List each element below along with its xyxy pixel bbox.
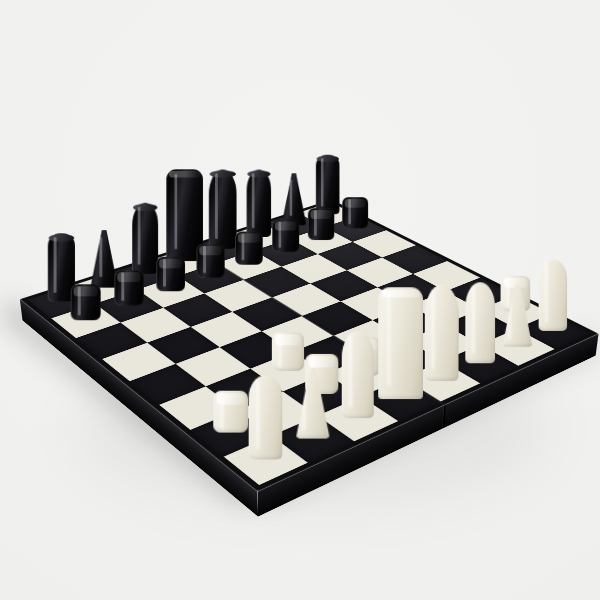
board-fold-seam-side <box>443 405 446 428</box>
piece-black-bishop-f8 <box>247 170 272 237</box>
piece-black-pawn-h7 <box>342 197 368 228</box>
piece-black-pawn-c7 <box>156 257 185 292</box>
piece-white-queen-e1 <box>424 285 458 381</box>
piece-black-rook-h8 <box>316 155 340 215</box>
piece-white-pawn-c3 <box>272 332 304 371</box>
piece-white-bishop-c1 <box>342 331 374 418</box>
piece-black-bishop-c8 <box>132 203 158 274</box>
board-slab <box>20 199 599 491</box>
piece-black-pawn-g7 <box>308 208 335 240</box>
piece-white-rook-a1 <box>249 375 283 460</box>
product-photo-stage <box>0 0 600 600</box>
piece-white-bishop-f1 <box>465 282 495 363</box>
piece-black-pawn-a7 <box>71 284 101 320</box>
piece-black-pawn-e7 <box>235 232 263 265</box>
piece-black-pawn-f7 <box>272 220 299 253</box>
piece-black-knight-g8 <box>281 173 307 225</box>
piece-black-queen-e8 <box>208 169 236 248</box>
piece-white-pawn-a2 <box>213 391 248 433</box>
piece-white-king-d1 <box>378 287 423 399</box>
piece-black-pawn-b7 <box>114 270 144 305</box>
piece-white-rook-h1 <box>539 259 568 331</box>
piece-black-pawn-d7 <box>196 244 224 278</box>
